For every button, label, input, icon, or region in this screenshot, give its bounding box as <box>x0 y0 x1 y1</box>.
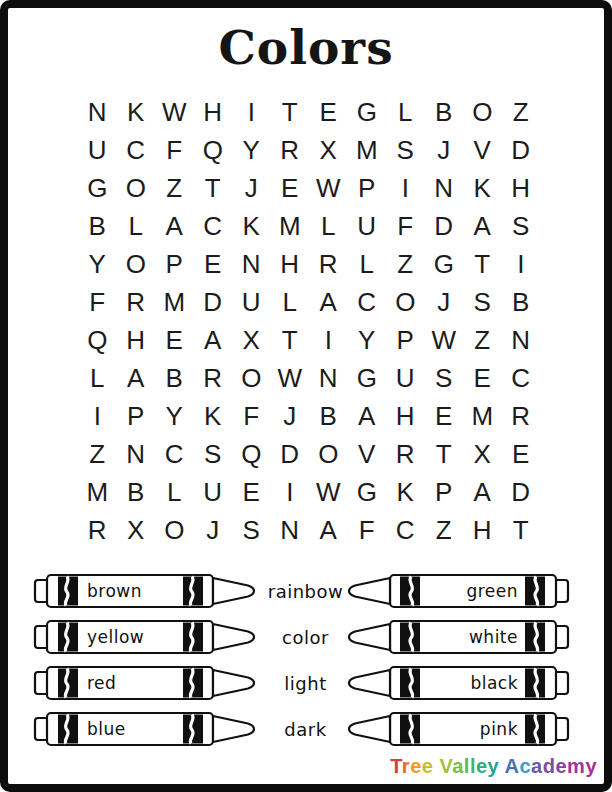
crayon-stripe <box>525 577 545 606</box>
crayon-stripe <box>183 577 203 606</box>
logo-letter: m <box>567 755 585 777</box>
logo-letter: e <box>476 755 488 777</box>
word-rainbow: rainbow <box>258 571 353 611</box>
crayon-white: white <box>340 617 570 657</box>
crayon-brown: brown <box>33 571 263 611</box>
crayon-tip <box>349 716 390 742</box>
crayon-word: blue <box>87 719 126 739</box>
crayon-word: green <box>466 581 518 601</box>
crayon-red: red <box>33 663 263 703</box>
crayon-tip <box>213 624 254 650</box>
logo-letter: r <box>402 755 410 777</box>
crayon-stripe <box>183 715 203 744</box>
crayon-tip <box>213 670 254 696</box>
crayon-word: white <box>469 627 518 647</box>
worksheet-page: Colors NKWHITEGLBOZUCFQYRXMSJVDGOZTJEWPI… <box>0 0 612 792</box>
crayon-tip <box>349 624 390 650</box>
crayon-tip <box>213 578 254 604</box>
crayon-pink: pink <box>340 709 570 749</box>
word-color: color <box>258 617 353 657</box>
crayon-tip <box>213 716 254 742</box>
logo-letter: e <box>422 755 434 777</box>
crayon-stripe <box>183 669 203 698</box>
word-dark: dark <box>258 709 353 749</box>
logo-letter: c <box>519 755 531 777</box>
crayon-stripe <box>525 623 545 652</box>
word-light: light <box>258 663 353 703</box>
logo-letter: V <box>439 755 452 777</box>
crayon-stripe <box>58 715 78 744</box>
logo-letter: a <box>531 755 543 777</box>
logo-letter: d <box>543 755 556 777</box>
crayon-stripe <box>400 577 420 606</box>
crayon-green: green <box>340 571 570 611</box>
crayon-word: pink <box>480 719 518 739</box>
crayon-word: brown <box>87 581 142 601</box>
crayon-stripe <box>58 623 78 652</box>
logo-letter: y <box>488 755 500 777</box>
logo-letter: a <box>452 755 464 777</box>
crayon-stripe <box>525 715 545 744</box>
logo-letter: A <box>505 755 520 777</box>
logo-letter: T <box>390 755 402 777</box>
crayon-stripe <box>400 669 420 698</box>
word-bank: brown yellow <box>0 0 612 792</box>
crayon-word: black <box>470 673 518 693</box>
crayon-black: black <box>340 663 570 703</box>
logo-letter: e <box>410 755 422 777</box>
crayon-stripe <box>400 715 420 744</box>
crayon-stripe <box>58 669 78 698</box>
crayon-stripe <box>400 623 420 652</box>
crayon-blue: blue <box>33 709 263 749</box>
crayon-tip <box>349 670 390 696</box>
logo-letter: e <box>555 755 567 777</box>
crayon-stripe <box>58 577 78 606</box>
crayon-stripe <box>183 623 203 652</box>
crayon-stripe <box>525 669 545 698</box>
crayon-word: yellow <box>87 627 144 647</box>
crayon-tip <box>349 578 390 604</box>
logo-letter: y <box>585 755 597 777</box>
tree-valley-academy-logo: Tree Valley Academy <box>390 755 597 778</box>
crayon-word: red <box>87 673 116 693</box>
crayon-yellow: yellow <box>33 617 263 657</box>
